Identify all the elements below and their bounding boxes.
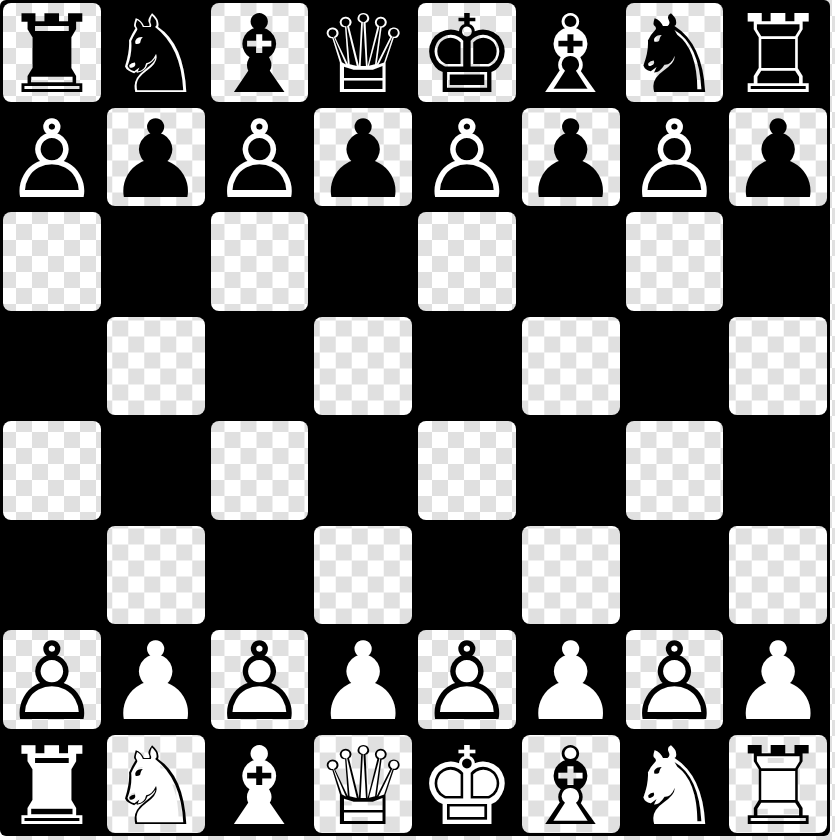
square-h2[interactable]: ♟ xyxy=(726,627,830,732)
piece-glyph-filled: ♟ xyxy=(519,108,623,213)
piece-black-pawn[interactable]: ♟ xyxy=(104,105,208,210)
light-square-surface xyxy=(522,526,620,625)
light-square-surface xyxy=(107,317,205,416)
piece-glyph-outline: ♙ xyxy=(208,108,312,213)
square-g7[interactable]: ♙ xyxy=(623,105,727,210)
light-square-surface xyxy=(314,317,412,416)
piece-white-knight[interactable]: ♞ xyxy=(623,732,727,837)
square-g2[interactable]: ♟♙ xyxy=(623,627,727,732)
square-c2[interactable]: ♟♙ xyxy=(208,627,312,732)
square-f5[interactable] xyxy=(519,314,623,419)
piece-black-pawn[interactable]: ♙ xyxy=(623,105,727,210)
square-d3[interactable] xyxy=(311,523,415,628)
piece-black-rook[interactable]: ♜ xyxy=(0,0,104,105)
square-a6[interactable] xyxy=(0,209,104,314)
square-a2[interactable]: ♟♙ xyxy=(0,627,104,732)
square-h8[interactable]: ♖ xyxy=(726,0,830,105)
piece-glyph-outline: ♖ xyxy=(726,735,830,840)
square-c6[interactable] xyxy=(208,209,312,314)
light-square-surface xyxy=(729,317,827,416)
piece-black-pawn[interactable]: ♟ xyxy=(519,105,623,210)
square-g8[interactable]: ♞ xyxy=(623,0,727,105)
square-a4[interactable] xyxy=(0,418,104,523)
square-c5[interactable] xyxy=(208,314,312,419)
piece-glyph-outline: ♖ xyxy=(726,3,830,108)
square-f1[interactable]: ♝♗ xyxy=(519,732,623,837)
light-square-surface xyxy=(211,212,309,311)
piece-white-pawn[interactable]: ♟♙ xyxy=(415,627,519,732)
light-square-surface xyxy=(522,317,620,416)
piece-glyph-outline: ♙ xyxy=(415,630,519,735)
square-d5[interactable] xyxy=(311,314,415,419)
light-square-surface xyxy=(626,212,724,311)
piece-glyph-filled: ♝ xyxy=(208,3,312,108)
square-h6[interactable] xyxy=(726,209,830,314)
piece-glyph-outline: ♙ xyxy=(623,108,727,213)
piece-black-queen[interactable]: ♕ xyxy=(311,0,415,105)
piece-black-pawn[interactable]: ♙ xyxy=(0,105,104,210)
square-f3[interactable] xyxy=(519,523,623,628)
piece-white-pawn[interactable]: ♟♙ xyxy=(0,627,104,732)
square-f6[interactable] xyxy=(519,209,623,314)
piece-white-rook[interactable]: ♜ xyxy=(0,732,104,837)
square-a1[interactable]: ♜ xyxy=(0,732,104,837)
light-square-surface xyxy=(626,421,724,520)
piece-black-rook[interactable]: ♖ xyxy=(726,0,830,105)
square-b8[interactable]: ♘ xyxy=(104,0,208,105)
square-e3[interactable] xyxy=(415,523,519,628)
piece-glyph-filled: ♟ xyxy=(311,630,415,735)
piece-glyph-outline: ♙ xyxy=(0,108,104,213)
piece-glyph-filled: ♚ xyxy=(415,735,519,840)
light-square-surface xyxy=(314,526,412,625)
piece-glyph-outline: ♙ xyxy=(415,108,519,213)
square-h4[interactable] xyxy=(726,418,830,523)
square-b5[interactable] xyxy=(104,314,208,419)
light-square-surface xyxy=(107,526,205,625)
piece-black-knight[interactable]: ♘ xyxy=(104,0,208,105)
square-e6[interactable] xyxy=(415,209,519,314)
square-e2[interactable]: ♟♙ xyxy=(415,627,519,732)
light-square-surface xyxy=(729,526,827,625)
piece-black-king[interactable]: ♚ xyxy=(415,0,519,105)
light-square-surface xyxy=(418,212,516,311)
piece-glyph-outline: ♕ xyxy=(311,3,415,108)
square-e4[interactable] xyxy=(415,418,519,523)
square-f7[interactable]: ♟ xyxy=(519,105,623,210)
square-c8[interactable]: ♝ xyxy=(208,0,312,105)
square-e7[interactable]: ♙ xyxy=(415,105,519,210)
piece-white-queen[interactable]: ♛♕ xyxy=(311,732,415,837)
piece-white-pawn[interactable]: ♟ xyxy=(104,627,208,732)
square-h3[interactable] xyxy=(726,523,830,628)
piece-white-knight[interactable]: ♞♘ xyxy=(104,732,208,837)
piece-glyph-outline: ♙ xyxy=(623,630,727,735)
piece-glyph-outline: ♙ xyxy=(208,630,312,735)
square-f4[interactable] xyxy=(519,418,623,523)
piece-glyph-filled: ♟ xyxy=(726,108,830,213)
piece-white-rook[interactable]: ♜♖ xyxy=(726,732,830,837)
piece-glyph-filled: ♜ xyxy=(0,735,104,840)
square-b1[interactable]: ♞♘ xyxy=(104,732,208,837)
piece-black-pawn[interactable]: ♙ xyxy=(208,105,312,210)
square-h7[interactable]: ♟ xyxy=(726,105,830,210)
square-f8[interactable]: ♗ xyxy=(519,0,623,105)
light-square-surface xyxy=(211,421,309,520)
square-b2[interactable]: ♟ xyxy=(104,627,208,732)
piece-white-king[interactable]: ♚ xyxy=(415,732,519,837)
chess-board: ♜♘♝♕♚♗♞♖♙♟♙♟♙♟♙♟♟♙♟♟♙♟♟♙♟♟♙♟♜♞♘♝♛♕♚♝♗♞♜♖ xyxy=(0,0,830,836)
square-g5[interactable] xyxy=(623,314,727,419)
square-c1[interactable]: ♝ xyxy=(208,732,312,837)
piece-glyph-filled: ♜ xyxy=(0,3,104,108)
piece-white-pawn[interactable]: ♟ xyxy=(519,627,623,732)
square-e5[interactable] xyxy=(415,314,519,419)
piece-glyph-filled: ♟ xyxy=(104,630,208,735)
square-g4[interactable] xyxy=(623,418,727,523)
piece-black-bishop[interactable]: ♗ xyxy=(519,0,623,105)
square-d7[interactable]: ♟ xyxy=(311,105,415,210)
light-square-surface xyxy=(3,421,101,520)
square-b4[interactable] xyxy=(104,418,208,523)
square-d4[interactable] xyxy=(311,418,415,523)
square-d8[interactable]: ♕ xyxy=(311,0,415,105)
square-b3[interactable] xyxy=(104,523,208,628)
square-h1[interactable]: ♜♖ xyxy=(726,732,830,837)
piece-glyph-filled: ♞ xyxy=(623,3,727,108)
piece-glyph-filled: ♟ xyxy=(311,108,415,213)
chessboard-page: { "game": "chess", "description": "Chess… xyxy=(0,0,835,840)
piece-glyph-outline: ♗ xyxy=(519,3,623,108)
square-c7[interactable]: ♙ xyxy=(208,105,312,210)
piece-white-pawn[interactable]: ♟♙ xyxy=(208,627,312,732)
piece-white-bishop[interactable]: ♝♗ xyxy=(519,732,623,837)
square-g6[interactable] xyxy=(623,209,727,314)
piece-glyph-filled: ♞ xyxy=(623,735,727,840)
square-a5[interactable] xyxy=(0,314,104,419)
square-d1[interactable]: ♛♕ xyxy=(311,732,415,837)
light-square-surface xyxy=(3,212,101,311)
square-f2[interactable]: ♟ xyxy=(519,627,623,732)
square-c3[interactable] xyxy=(208,523,312,628)
square-g1[interactable]: ♞ xyxy=(623,732,727,837)
square-e8[interactable]: ♚ xyxy=(415,0,519,105)
piece-black-pawn[interactable]: ♟ xyxy=(311,105,415,210)
piece-white-pawn[interactable]: ♟ xyxy=(311,627,415,732)
piece-glyph-filled: ♝ xyxy=(208,735,312,840)
piece-white-pawn[interactable]: ♟♙ xyxy=(623,627,727,732)
square-d2[interactable]: ♟ xyxy=(311,627,415,732)
piece-black-bishop[interactable]: ♝ xyxy=(208,0,312,105)
square-g3[interactable] xyxy=(623,523,727,628)
piece-glyph-outline: ♙ xyxy=(0,630,104,735)
piece-glyph-outline: ♕ xyxy=(311,735,415,840)
square-a7[interactable]: ♙ xyxy=(0,105,104,210)
piece-white-bishop[interactable]: ♝ xyxy=(208,732,312,837)
light-square-surface xyxy=(418,421,516,520)
piece-black-knight[interactable]: ♞ xyxy=(623,0,727,105)
piece-black-pawn[interactable]: ♟ xyxy=(726,105,830,210)
piece-white-pawn[interactable]: ♟ xyxy=(726,627,830,732)
piece-glyph-filled: ♟ xyxy=(104,108,208,213)
piece-glyph-outline: ♘ xyxy=(104,735,208,840)
square-b7[interactable]: ♟ xyxy=(104,105,208,210)
square-b6[interactable] xyxy=(104,209,208,314)
piece-glyph-filled: ♟ xyxy=(519,630,623,735)
piece-glyph-outline: ♘ xyxy=(104,3,208,108)
piece-glyph-filled: ♚ xyxy=(415,3,519,108)
piece-glyph-outline: ♗ xyxy=(519,735,623,840)
square-e1[interactable]: ♚ xyxy=(415,732,519,837)
piece-black-pawn[interactable]: ♙ xyxy=(415,105,519,210)
square-a8[interactable]: ♜ xyxy=(0,0,104,105)
square-a3[interactable] xyxy=(0,523,104,628)
square-h5[interactable] xyxy=(726,314,830,419)
square-c4[interactable] xyxy=(208,418,312,523)
piece-glyph-filled: ♟ xyxy=(726,630,830,735)
square-d6[interactable] xyxy=(311,209,415,314)
